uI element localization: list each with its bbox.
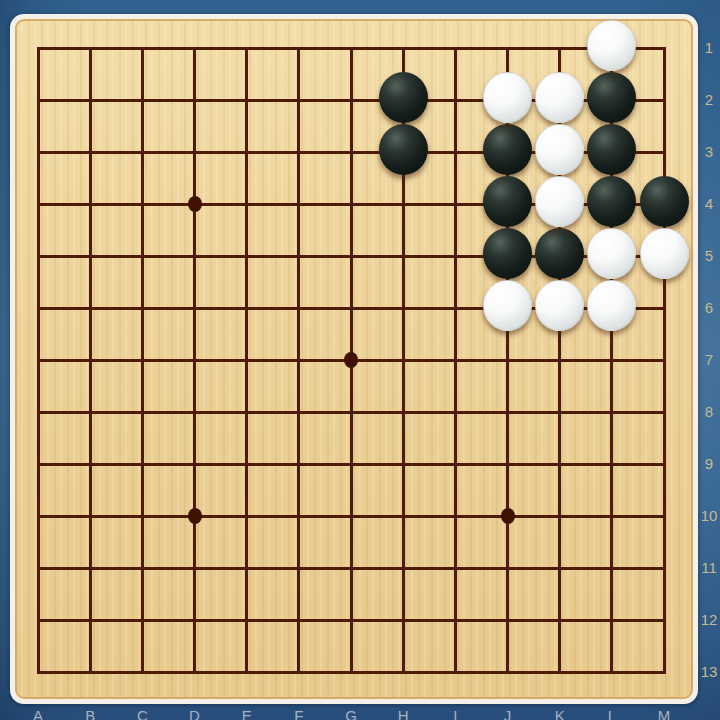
column-label-h: H [391,707,415,720]
hoshi-point-d4 [188,196,202,212]
app-background: 12345678910111213ABCDEFGHIJKLM [0,0,720,720]
stone-white-k6 [535,280,584,331]
row-label-8: 8 [696,403,720,420]
stone-white-l6 [587,280,636,331]
stone-black-h2 [379,72,428,123]
row-label-13: 13 [696,663,720,680]
row-label-11: 11 [696,559,720,576]
row-label-4: 4 [696,195,720,212]
column-label-j: J [496,707,520,720]
board-layer: 12345678910111213ABCDEFGHIJKLM [0,0,720,720]
column-label-b: B [78,707,102,720]
stone-black-l3 [587,124,636,175]
column-label-d: D [183,707,207,720]
column-label-g: G [339,707,363,720]
stone-white-j6 [483,280,532,331]
stone-white-j2 [483,72,532,123]
hoshi-point-j10 [501,508,515,524]
stone-black-l4 [587,176,636,227]
stone-white-k2 [535,72,584,123]
stone-white-k4 [535,176,584,227]
column-label-m: M [652,707,676,720]
stone-black-j3 [483,124,532,175]
hoshi-point-g7 [344,352,358,368]
row-label-12: 12 [696,611,720,628]
stone-black-k5 [535,228,584,279]
row-label-9: 9 [696,455,720,472]
stone-white-l1 [587,20,636,71]
column-label-k: K [548,707,572,720]
row-label-6: 6 [696,299,720,316]
stone-black-j5 [483,228,532,279]
stone-black-l2 [587,72,636,123]
row-label-1: 1 [696,39,720,56]
stone-white-k3 [535,124,584,175]
column-label-f: F [287,707,311,720]
stone-black-h3 [379,124,428,175]
column-label-i: I [443,707,467,720]
column-label-c: C [130,707,154,720]
row-label-2: 2 [696,91,720,108]
column-label-l: L [600,707,624,720]
stone-white-m5 [640,228,689,279]
stone-white-l5 [587,228,636,279]
column-label-e: E [235,707,259,720]
row-label-3: 3 [696,143,720,160]
column-label-a: A [26,707,50,720]
row-label-10: 10 [696,507,720,524]
hoshi-point-d10 [188,508,202,524]
row-label-5: 5 [696,247,720,264]
row-label-7: 7 [696,351,720,368]
stone-black-m4 [640,176,689,227]
stone-black-j4 [483,176,532,227]
